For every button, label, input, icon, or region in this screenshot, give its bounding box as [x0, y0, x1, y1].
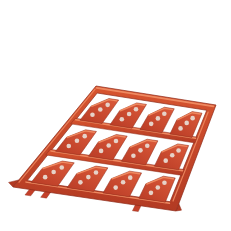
marker-r1c1-hole-1 — [90, 112, 95, 117]
marker-r3c1-hole-3 — [59, 165, 64, 170]
marker-carrier-graphic — [0, 0, 231, 231]
marker-r1c2-hole-3 — [134, 107, 139, 112]
marker-r3c4-hole-2 — [156, 185, 161, 190]
marker-r1c2-hole-1 — [120, 117, 125, 122]
marker-r1c1-hole-3 — [105, 103, 110, 108]
marker-r3c1-hole-1 — [43, 175, 48, 180]
marker-r2c4-hole-1 — [163, 158, 168, 163]
marker-r3c2-hole-2 — [86, 175, 91, 180]
marker-r2c2-hole-3 — [114, 139, 119, 144]
product-photo — [0, 0, 231, 231]
marker-r1c2-hole-2 — [127, 112, 132, 117]
marker-r2c2-hole-1 — [99, 149, 104, 154]
marker-r1c4-hole-3 — [190, 116, 195, 121]
marker-r3c1-hole-2 — [51, 170, 56, 175]
marker-r1c4-hole-1 — [178, 126, 183, 131]
marker-r2c1-hole-1 — [66, 144, 71, 149]
marker-r2c4-hole-2 — [170, 153, 175, 158]
marker-r3c2-hole-3 — [94, 170, 99, 175]
marker-r2c1-hole-2 — [75, 138, 80, 143]
marker-r1c1-hole-2 — [98, 107, 103, 112]
marker-r1c3-hole-2 — [156, 116, 161, 121]
marker-r2c3-hole-3 — [145, 143, 150, 148]
marker-r2c4-hole-3 — [176, 148, 181, 153]
marker-r3c3-hole-2 — [121, 180, 126, 185]
marker-r3c4-hole-3 — [162, 180, 167, 185]
marker-r3c3-hole-3 — [128, 175, 133, 180]
marker-r1c4-hole-2 — [184, 121, 189, 126]
marker-r2c2-hole-2 — [106, 143, 111, 148]
marker-r3c2-hole-1 — [78, 180, 83, 185]
marker-r2c1-hole-3 — [82, 134, 87, 139]
marker-r3c4-hole-1 — [149, 191, 154, 196]
marker-r1c3-hole-1 — [149, 122, 154, 127]
marker-r2c3-hole-1 — [131, 153, 136, 158]
marker-r3c3-hole-1 — [113, 185, 118, 190]
marker-r2c3-hole-2 — [138, 148, 143, 153]
marker-r1c3-hole-3 — [162, 111, 167, 116]
